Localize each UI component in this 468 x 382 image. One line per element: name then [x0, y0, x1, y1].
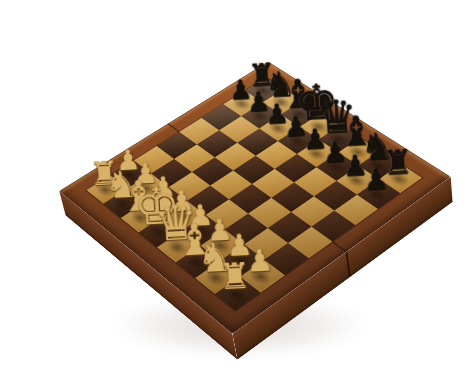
- piece-shadow: [151, 192, 178, 211]
- square-f2: ♟: [145, 187, 187, 216]
- piece-shadow: [363, 185, 392, 205]
- piece-shadow: [221, 283, 251, 305]
- chess-set-photo: ♜♞♝♚♛♝♞♜♟♟♟♟♟♟♟♟♟♟♟♟♟♟♟♟♜♞♝♚♛♝♞♜: [0, 0, 468, 382]
- fold-seam-side: [346, 251, 351, 278]
- scene-3d: ♜♞♝♚♛♝♞♜♟♟♟♟♟♟♟♟♟♟♟♟♟♟♟♟♜♞♝♚♛♝♞♜: [0, 0, 468, 382]
- chess-board: ♜♞♝♚♛♝♞♜♟♟♟♟♟♟♟♟♟♟♟♟♟♟♟♟♜♞♝♚♛♝♞♜: [59, 61, 450, 334]
